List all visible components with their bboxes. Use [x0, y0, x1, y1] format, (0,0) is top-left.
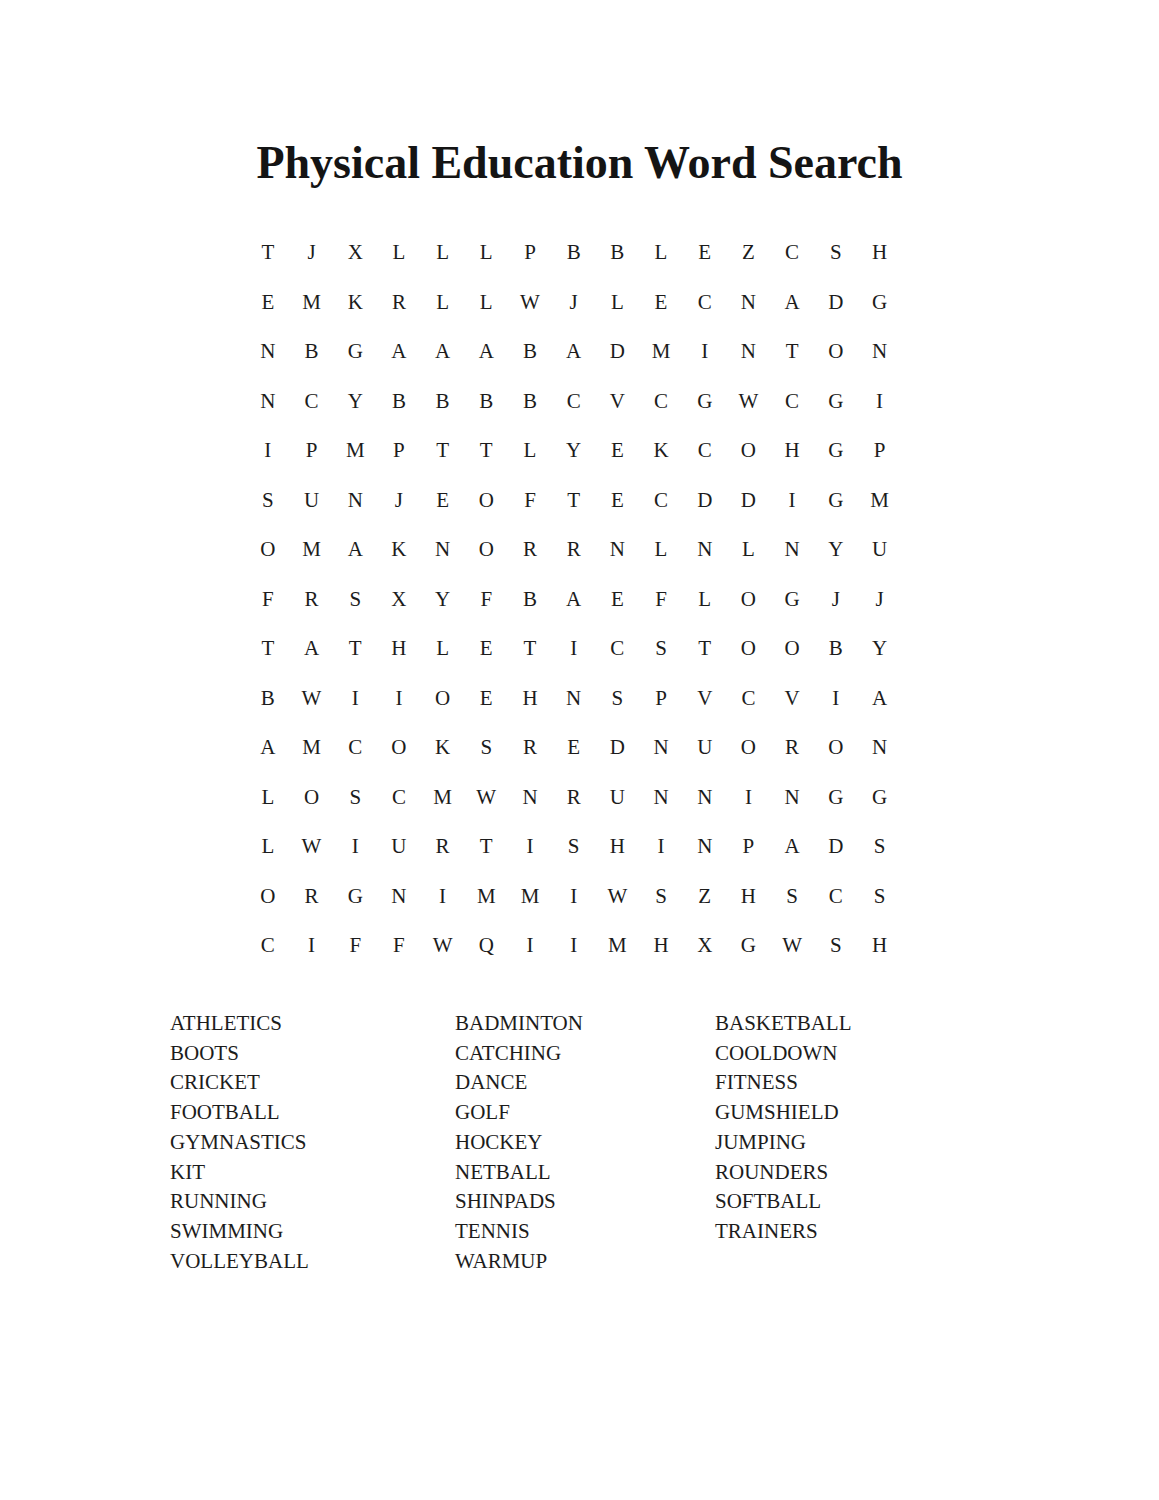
grid-cell-r15c14: S [814, 921, 858, 971]
grid-cell-r8c11: L [683, 575, 727, 625]
grid-cell-r10c8: N [552, 674, 596, 724]
grid-cell-r3c4: A [377, 327, 421, 377]
grid-cell-r15c2: I [290, 921, 334, 971]
grid-cell-r4c11: G [683, 377, 727, 427]
grid-cell-r4c10: C [639, 377, 683, 427]
grid-cell-r2c13: A [770, 278, 814, 328]
grid-cell-r9c3: T [333, 624, 377, 674]
grid-cell-r3c5: A [421, 327, 465, 377]
word-list-item: SOFTBALL [715, 1187, 852, 1217]
grid-cell-r9c5: L [421, 624, 465, 674]
grid-cell-r1c4: L [377, 228, 421, 278]
grid-cell-r15c13: W [770, 921, 814, 971]
grid-cell-r6c7: F [508, 476, 552, 526]
grid-cell-r14c2: R [290, 872, 334, 922]
grid-cell-r14c9: W [596, 872, 640, 922]
grid-cell-r8c10: F [639, 575, 683, 625]
grid-cell-r6c8: T [552, 476, 596, 526]
grid-cell-r5c12: O [727, 426, 771, 476]
grid-cell-r9c7: T [508, 624, 552, 674]
grid-cell-r13c3: I [333, 822, 377, 872]
grid-cell-r12c6: W [464, 773, 508, 823]
grid-cell-r3c7: B [508, 327, 552, 377]
grid-cell-r1c7: P [508, 228, 552, 278]
grid-cell-r12c10: N [639, 773, 683, 823]
grid-cell-r10c5: O [421, 674, 465, 724]
grid-cell-r4c14: G [814, 377, 858, 427]
grid-cell-r2c6: L [464, 278, 508, 328]
grid-cell-r2c10: E [639, 278, 683, 328]
grid-cell-r5c7: L [508, 426, 552, 476]
grid-cell-r12c1: L [246, 773, 290, 823]
grid-cell-r7c3: A [333, 525, 377, 575]
worksheet-page: Physical Education Word Search TJXLLLPBB… [0, 0, 1159, 1500]
word-search-grid: TJXLLLPBBLEZCSHEMKRLLWJLECNADGNBGAAABADM… [246, 228, 901, 971]
grid-cell-r11c12: O [727, 723, 771, 773]
grid-cell-r7c4: K [377, 525, 421, 575]
word-list-item: GUMSHIELD [715, 1098, 852, 1128]
grid-cell-r6c3: N [333, 476, 377, 526]
grid-cell-r15c4: F [377, 921, 421, 971]
grid-cell-r7c5: N [421, 525, 465, 575]
grid-cell-r3c15: N [858, 327, 902, 377]
grid-cell-r3c13: T [770, 327, 814, 377]
grid-cell-r13c8: S [552, 822, 596, 872]
grid-cell-r8c14: J [814, 575, 858, 625]
grid-cell-r11c4: O [377, 723, 421, 773]
word-list-item: COOLDOWN [715, 1039, 852, 1069]
grid-cell-r6c14: G [814, 476, 858, 526]
grid-cell-r15c6: Q [464, 921, 508, 971]
grid-cell-r8c13: G [770, 575, 814, 625]
grid-cell-r11c15: N [858, 723, 902, 773]
grid-cell-r2c9: L [596, 278, 640, 328]
word-list-item: FOOTBALL [170, 1098, 309, 1128]
grid-cell-r15c8: I [552, 921, 596, 971]
grid-cell-r4c6: B [464, 377, 508, 427]
word-list-item: CRICKET [170, 1068, 309, 1098]
grid-cell-r14c8: I [552, 872, 596, 922]
grid-cell-r8c3: S [333, 575, 377, 625]
grid-cell-r6c11: D [683, 476, 727, 526]
grid-cell-r4c1: N [246, 377, 290, 427]
grid-cell-r2c15: G [858, 278, 902, 328]
grid-cell-r15c5: W [421, 921, 465, 971]
grid-cell-r4c2: C [290, 377, 334, 427]
grid-cell-r7c15: U [858, 525, 902, 575]
grid-cell-r14c6: M [464, 872, 508, 922]
grid-cell-r14c15: S [858, 872, 902, 922]
word-list-item: NETBALL [455, 1158, 583, 1188]
grid-cell-r13c15: S [858, 822, 902, 872]
grid-cell-r2c3: K [333, 278, 377, 328]
grid-cell-r7c12: L [727, 525, 771, 575]
word-list-item: ATHLETICS [170, 1009, 309, 1039]
word-list-item: BASKETBALL [715, 1009, 852, 1039]
grid-cell-r3c8: A [552, 327, 596, 377]
grid-cell-r2c2: M [290, 278, 334, 328]
grid-cell-r9c1: T [246, 624, 290, 674]
word-list-item: BOOTS [170, 1039, 309, 1069]
grid-cell-r10c14: I [814, 674, 858, 724]
grid-cell-r13c1: L [246, 822, 290, 872]
word-list-item: RUNNING [170, 1187, 309, 1217]
grid-cell-r11c7: R [508, 723, 552, 773]
grid-cell-r6c6: O [464, 476, 508, 526]
grid-cell-r15c15: H [858, 921, 902, 971]
grid-cell-r10c11: V [683, 674, 727, 724]
grid-cell-r9c4: H [377, 624, 421, 674]
grid-cell-r11c3: C [333, 723, 377, 773]
word-list-column-1: ATHLETICSBOOTSCRICKETFOOTBALLGYMNASTICSK… [170, 1009, 309, 1276]
grid-cell-r13c4: U [377, 822, 421, 872]
grid-cell-r14c13: S [770, 872, 814, 922]
word-list-item: SHINPADS [455, 1187, 583, 1217]
grid-cell-r3c2: B [290, 327, 334, 377]
grid-cell-r13c5: R [421, 822, 465, 872]
word-list-item: SWIMMING [170, 1217, 309, 1247]
grid-cell-r4c4: B [377, 377, 421, 427]
grid-cell-r4c15: I [858, 377, 902, 427]
grid-cell-r5c11: C [683, 426, 727, 476]
grid-cell-r6c1: S [246, 476, 290, 526]
word-list-item: VOLLEYBALL [170, 1247, 309, 1277]
grid-cell-r1c1: T [246, 228, 290, 278]
grid-cell-r4c9: V [596, 377, 640, 427]
grid-cell-r11c10: N [639, 723, 683, 773]
grid-cell-r9c9: C [596, 624, 640, 674]
grid-cell-r15c12: G [727, 921, 771, 971]
grid-cell-r3c3: G [333, 327, 377, 377]
grid-cell-r13c10: I [639, 822, 683, 872]
grid-cell-r2c1: E [246, 278, 290, 328]
grid-cell-r5c8: Y [552, 426, 596, 476]
grid-cell-r13c11: N [683, 822, 727, 872]
grid-cell-r11c14: O [814, 723, 858, 773]
word-list-item: ROUNDERS [715, 1158, 852, 1188]
grid-cell-r14c5: I [421, 872, 465, 922]
grid-cell-r12c13: N [770, 773, 814, 823]
grid-cell-r10c4: I [377, 674, 421, 724]
grid-cell-r7c7: R [508, 525, 552, 575]
grid-cell-r15c3: F [333, 921, 377, 971]
grid-cell-r14c7: M [508, 872, 552, 922]
grid-cell-r14c4: N [377, 872, 421, 922]
grid-cell-r1c12: Z [727, 228, 771, 278]
grid-cell-r10c1: B [246, 674, 290, 724]
grid-cell-r8c15: J [858, 575, 902, 625]
grid-cell-r7c14: Y [814, 525, 858, 575]
grid-cell-r8c4: X [377, 575, 421, 625]
grid-cell-r1c3: X [333, 228, 377, 278]
grid-cell-r15c9: M [596, 921, 640, 971]
grid-cell-r10c10: P [639, 674, 683, 724]
grid-cell-r8c8: A [552, 575, 596, 625]
grid-cell-r12c3: S [333, 773, 377, 823]
grid-cell-r8c7: B [508, 575, 552, 625]
word-list-item: DANCE [455, 1068, 583, 1098]
word-list-column-2: BADMINTONCATCHINGDANCEGOLFHOCKEYNETBALLS… [455, 1009, 583, 1276]
grid-cell-r5c2: P [290, 426, 334, 476]
grid-cell-r12c12: I [727, 773, 771, 823]
grid-cell-r6c9: E [596, 476, 640, 526]
grid-cell-r7c13: N [770, 525, 814, 575]
word-list-item: TRAINERS [715, 1217, 852, 1247]
grid-cell-r1c2: J [290, 228, 334, 278]
grid-cell-r8c2: R [290, 575, 334, 625]
grid-cell-r13c14: D [814, 822, 858, 872]
grid-cell-r3c6: A [464, 327, 508, 377]
grid-cell-r4c8: C [552, 377, 596, 427]
grid-cell-r10c15: A [858, 674, 902, 724]
grid-cell-r11c11: U [683, 723, 727, 773]
grid-cell-r12c4: C [377, 773, 421, 823]
grid-cell-r9c13: O [770, 624, 814, 674]
grid-cell-r4c7: B [508, 377, 552, 427]
grid-cell-r1c14: S [814, 228, 858, 278]
grid-cell-r2c5: L [421, 278, 465, 328]
grid-cell-r11c8: E [552, 723, 596, 773]
grid-cell-r11c9: D [596, 723, 640, 773]
word-list-item: GOLF [455, 1098, 583, 1128]
grid-cell-r9c8: I [552, 624, 596, 674]
grid-cell-r14c11: Z [683, 872, 727, 922]
grid-cell-r9c2: A [290, 624, 334, 674]
grid-cell-r6c13: I [770, 476, 814, 526]
grid-cell-r12c11: N [683, 773, 727, 823]
grid-cell-r8c5: Y [421, 575, 465, 625]
grid-cell-r5c3: M [333, 426, 377, 476]
grid-cell-r1c10: L [639, 228, 683, 278]
grid-cell-r15c11: X [683, 921, 727, 971]
grid-cell-r5c1: I [246, 426, 290, 476]
grid-cell-r9c10: S [639, 624, 683, 674]
grid-cell-r4c5: B [421, 377, 465, 427]
grid-cell-r7c2: M [290, 525, 334, 575]
grid-cell-r5c14: G [814, 426, 858, 476]
grid-cell-r5c13: H [770, 426, 814, 476]
grid-cell-r3c1: N [246, 327, 290, 377]
grid-cell-r2c7: W [508, 278, 552, 328]
grid-cell-r3c11: I [683, 327, 727, 377]
grid-cell-r14c14: C [814, 872, 858, 922]
grid-cell-r8c12: O [727, 575, 771, 625]
grid-cell-r7c9: N [596, 525, 640, 575]
grid-cell-r4c3: Y [333, 377, 377, 427]
grid-cell-r14c12: H [727, 872, 771, 922]
grid-cell-r13c2: W [290, 822, 334, 872]
word-list-column-3: BASKETBALLCOOLDOWNFITNESSGUMSHIELDJUMPIN… [715, 1009, 852, 1247]
grid-cell-r5c15: P [858, 426, 902, 476]
grid-cell-r8c1: F [246, 575, 290, 625]
grid-cell-r10c13: V [770, 674, 814, 724]
word-list-item: BADMINTON [455, 1009, 583, 1039]
grid-cell-r11c5: K [421, 723, 465, 773]
grid-cell-r13c6: T [464, 822, 508, 872]
grid-cell-r9c15: Y [858, 624, 902, 674]
grid-cell-r9c14: B [814, 624, 858, 674]
page-title: Physical Education Word Search [0, 136, 1159, 189]
grid-cell-r6c5: E [421, 476, 465, 526]
grid-cell-r3c12: N [727, 327, 771, 377]
grid-cell-r7c6: O [464, 525, 508, 575]
grid-cell-r15c1: C [246, 921, 290, 971]
grid-cell-r3c14: O [814, 327, 858, 377]
grid-cell-r12c7: N [508, 773, 552, 823]
word-list-item: FITNESS [715, 1068, 852, 1098]
grid-cell-r11c2: M [290, 723, 334, 773]
word-list-item: WARMUP [455, 1247, 583, 1277]
grid-cell-r12c8: R [552, 773, 596, 823]
grid-cell-r6c15: M [858, 476, 902, 526]
grid-cell-r4c13: C [770, 377, 814, 427]
grid-cell-r1c9: B [596, 228, 640, 278]
grid-cell-r6c4: J [377, 476, 421, 526]
grid-cell-r12c14: G [814, 773, 858, 823]
grid-cell-r10c2: W [290, 674, 334, 724]
grid-cell-r3c9: D [596, 327, 640, 377]
grid-cell-r4c12: W [727, 377, 771, 427]
grid-cell-r10c6: E [464, 674, 508, 724]
grid-cell-r13c9: H [596, 822, 640, 872]
grid-cell-r5c9: E [596, 426, 640, 476]
grid-cell-r9c12: O [727, 624, 771, 674]
grid-cell-r7c1: O [246, 525, 290, 575]
grid-cell-r1c15: H [858, 228, 902, 278]
grid-cell-r13c12: P [727, 822, 771, 872]
grid-cell-r6c12: D [727, 476, 771, 526]
grid-cell-r6c10: C [639, 476, 683, 526]
grid-cell-r12c2: O [290, 773, 334, 823]
grid-cell-r11c13: R [770, 723, 814, 773]
grid-cell-r1c5: L [421, 228, 465, 278]
grid-cell-r5c5: T [421, 426, 465, 476]
grid-cell-r7c11: N [683, 525, 727, 575]
grid-cell-r14c10: S [639, 872, 683, 922]
grid-cell-r12c9: U [596, 773, 640, 823]
grid-cell-r3c10: M [639, 327, 683, 377]
grid-cell-r1c13: C [770, 228, 814, 278]
word-list-item: CATCHING [455, 1039, 583, 1069]
grid-cell-r13c13: A [770, 822, 814, 872]
grid-cell-r7c8: R [552, 525, 596, 575]
grid-cell-r2c8: J [552, 278, 596, 328]
grid-cell-r10c7: H [508, 674, 552, 724]
word-list-item: GYMNASTICS [170, 1128, 309, 1158]
grid-cell-r12c15: G [858, 773, 902, 823]
grid-cell-r8c9: E [596, 575, 640, 625]
grid-cell-r10c9: S [596, 674, 640, 724]
grid-cell-r2c4: R [377, 278, 421, 328]
grid-cell-r1c8: B [552, 228, 596, 278]
word-list-item: KIT [170, 1158, 309, 1188]
grid-cell-r9c11: T [683, 624, 727, 674]
word-list-item: HOCKEY [455, 1128, 583, 1158]
grid-cell-r15c10: H [639, 921, 683, 971]
grid-cell-r1c6: L [464, 228, 508, 278]
grid-cell-r5c10: K [639, 426, 683, 476]
grid-cell-r8c6: F [464, 575, 508, 625]
grid-cell-r6c2: U [290, 476, 334, 526]
grid-cell-r10c12: C [727, 674, 771, 724]
grid-cell-r7c10: L [639, 525, 683, 575]
grid-cell-r5c6: T [464, 426, 508, 476]
grid-cell-r2c14: D [814, 278, 858, 328]
grid-cell-r5c4: P [377, 426, 421, 476]
grid-cell-r13c7: I [508, 822, 552, 872]
word-list-item: TENNIS [455, 1217, 583, 1247]
grid-cell-r1c11: E [683, 228, 727, 278]
grid-cell-r11c1: A [246, 723, 290, 773]
grid-cell-r14c1: O [246, 872, 290, 922]
grid-cell-r2c11: C [683, 278, 727, 328]
grid-cell-r14c3: G [333, 872, 377, 922]
grid-cell-r15c7: I [508, 921, 552, 971]
grid-cell-r10c3: I [333, 674, 377, 724]
word-list-item: JUMPING [715, 1128, 852, 1158]
grid-cell-r2c12: N [727, 278, 771, 328]
grid-cell-r9c6: E [464, 624, 508, 674]
grid-cell-r11c6: S [464, 723, 508, 773]
grid-cell-r12c5: M [421, 773, 465, 823]
